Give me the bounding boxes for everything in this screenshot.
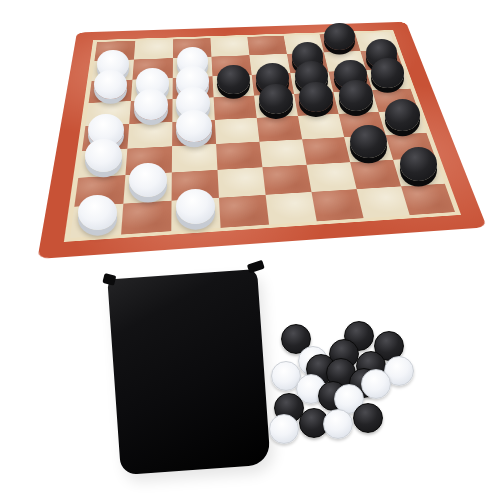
board-square <box>298 114 344 140</box>
board-square <box>82 124 129 151</box>
board-square <box>339 112 386 137</box>
board-square <box>290 72 333 94</box>
board-square <box>294 92 339 116</box>
board-square <box>372 89 418 112</box>
storage-pouch <box>107 269 270 475</box>
board-square <box>247 36 287 56</box>
board-square <box>214 96 257 120</box>
board-square <box>70 204 123 238</box>
pile-white-checker <box>298 346 328 376</box>
board-square <box>134 39 173 59</box>
board-square <box>259 139 306 167</box>
board-square <box>127 122 172 149</box>
board-square <box>85 101 130 126</box>
pile-white-checker <box>269 414 299 444</box>
pile-white-checker <box>334 384 364 414</box>
board-square <box>355 32 396 51</box>
board-square <box>215 118 260 144</box>
drawstring-left <box>102 273 116 286</box>
board-square <box>78 149 127 178</box>
pile-black-checker <box>356 351 386 381</box>
board-square <box>262 165 311 195</box>
pile-black-checker <box>326 358 356 388</box>
board-square <box>131 78 173 101</box>
board-square <box>89 80 133 103</box>
pile-black-checker <box>374 331 404 361</box>
board-square <box>173 57 213 78</box>
board-square <box>121 201 171 235</box>
board-square <box>401 184 455 215</box>
board-square <box>287 52 329 73</box>
pile-white-checker <box>361 369 391 399</box>
board-square <box>386 133 436 160</box>
board-square <box>266 192 317 225</box>
pile-black-checker <box>353 403 383 433</box>
board-square <box>302 137 350 165</box>
pile-white-checker <box>323 409 353 439</box>
drawstring-right <box>247 260 265 274</box>
pile-black-checker <box>329 339 359 369</box>
board-square <box>171 198 220 231</box>
board-square <box>132 58 172 80</box>
board-square <box>366 69 410 91</box>
board-square <box>216 142 262 170</box>
pile-white-checker <box>271 361 301 391</box>
board-square <box>173 38 211 58</box>
board-square <box>320 33 361 52</box>
board-square <box>172 144 218 172</box>
pile-black-checker <box>299 408 329 438</box>
board-square <box>172 170 219 201</box>
pile-black-checker <box>306 354 336 384</box>
board-square <box>393 157 445 186</box>
pile-white-checker <box>296 374 326 404</box>
pile-black-checker <box>274 393 304 423</box>
board-square <box>284 34 324 53</box>
board-square <box>360 50 403 70</box>
product-photo-scene <box>0 0 500 500</box>
board-square <box>344 135 393 162</box>
checkers-board-mat <box>37 22 487 259</box>
board-square <box>125 146 172 175</box>
checkerboard-field <box>70 32 455 238</box>
board-square <box>173 76 214 99</box>
pile-black-checker <box>349 368 379 398</box>
pile-black-checker <box>344 321 374 351</box>
board-square <box>94 41 135 61</box>
pile-black-checker <box>318 381 348 411</box>
pile-black-checker <box>281 324 311 354</box>
board-square <box>324 51 366 72</box>
board-square <box>172 97 214 122</box>
board-square <box>219 195 269 228</box>
board-square <box>257 116 302 142</box>
board-square <box>211 55 251 76</box>
board-square <box>307 162 357 192</box>
board-square <box>379 110 427 135</box>
board-square <box>333 90 378 114</box>
board-square <box>212 75 254 98</box>
board-square <box>311 189 363 221</box>
board-square <box>328 70 372 92</box>
board-square <box>210 37 249 57</box>
board-square <box>217 167 265 197</box>
board-square <box>249 54 290 75</box>
board-square <box>252 73 294 95</box>
board-square <box>129 99 172 124</box>
board-square <box>123 172 171 203</box>
board-square <box>74 175 125 207</box>
board-square <box>172 120 216 146</box>
board-square <box>92 60 134 82</box>
pile-white-checker <box>384 356 414 386</box>
board-square <box>254 94 298 118</box>
